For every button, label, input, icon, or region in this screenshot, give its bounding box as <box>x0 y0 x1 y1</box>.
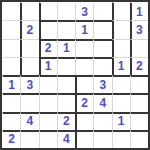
given-digit: 1 <box>81 24 88 36</box>
cell-r5c6[interactable]: 3 <box>93 75 111 93</box>
cell-r2c4[interactable] <box>57 20 75 38</box>
cell-r6c5[interactable]: 2 <box>75 93 93 111</box>
given-digit: 2 <box>63 115 70 127</box>
cell-r1c1[interactable] <box>2 2 20 20</box>
cell-r1c5[interactable]: 3 <box>75 2 93 20</box>
cell-r8c7[interactable] <box>112 130 130 148</box>
cell-r2c3[interactable] <box>39 20 57 38</box>
cell-r4c5[interactable] <box>75 57 93 75</box>
puzzle-board: 31213211121332442124 <box>0 0 150 150</box>
cell-r1c4[interactable] <box>57 2 75 20</box>
cell-r4c3[interactable]: 1 <box>39 57 57 75</box>
cell-r3c4[interactable]: 1 <box>57 39 75 57</box>
given-digit: 1 <box>136 6 143 18</box>
given-digit: 1 <box>45 60 52 72</box>
cell-r4c4[interactable] <box>57 57 75 75</box>
cell-r4c1[interactable] <box>2 57 20 75</box>
cell-r7c3[interactable] <box>39 112 57 130</box>
cell-r1c8[interactable]: 1 <box>130 2 148 20</box>
given-digit: 1 <box>118 60 125 72</box>
cell-r2c8[interactable]: 3 <box>130 20 148 38</box>
cell-r8c5[interactable] <box>75 130 93 148</box>
cell-r4c6[interactable] <box>93 57 111 75</box>
cell-r1c6[interactable] <box>93 2 111 20</box>
cell-r8c1[interactable]: 2 <box>2 130 20 148</box>
cell-r8c8[interactable] <box>130 130 148 148</box>
cell-r7c6[interactable] <box>93 112 111 130</box>
cell-r2c5[interactable]: 1 <box>75 20 93 38</box>
cell-r6c7[interactable] <box>112 93 130 111</box>
cell-r3c2[interactable] <box>20 39 38 57</box>
cell-r6c8[interactable] <box>130 93 148 111</box>
cell-r4c7[interactable]: 1 <box>112 57 130 75</box>
cell-r7c8[interactable] <box>130 112 148 130</box>
cell-r3c7[interactable] <box>112 39 130 57</box>
given-digit: 3 <box>136 24 143 36</box>
given-digit: 1 <box>63 42 70 54</box>
cell-r4c2[interactable] <box>20 57 38 75</box>
given-digit: 3 <box>27 79 34 91</box>
cell-r8c4[interactable]: 4 <box>57 130 75 148</box>
cell-r7c5[interactable] <box>75 112 93 130</box>
cell-r6c3[interactable] <box>39 93 57 111</box>
cell-r3c5[interactable] <box>75 39 93 57</box>
cell-r7c4[interactable]: 2 <box>57 112 75 130</box>
cell-r2c2[interactable]: 2 <box>20 20 38 38</box>
cell-r2c1[interactable] <box>2 20 20 38</box>
cell-r7c2[interactable]: 4 <box>20 112 38 130</box>
given-digit: 2 <box>136 60 143 72</box>
cell-r3c1[interactable] <box>2 39 20 57</box>
cell-r6c2[interactable] <box>20 93 38 111</box>
cell-r3c8[interactable] <box>130 39 148 57</box>
cell-r5c8[interactable] <box>130 75 148 93</box>
cell-r3c6[interactable] <box>93 39 111 57</box>
given-digit: 2 <box>45 42 52 54</box>
cell-r2c7[interactable] <box>112 20 130 38</box>
cell-r5c5[interactable] <box>75 75 93 93</box>
cell-r1c7[interactable] <box>112 2 130 20</box>
cell-r6c1[interactable] <box>2 93 20 111</box>
given-digit: 2 <box>27 24 34 36</box>
cell-r6c4[interactable] <box>57 93 75 111</box>
given-digit: 2 <box>81 97 88 109</box>
cell-r3c3[interactable]: 2 <box>39 39 57 57</box>
given-digit: 1 <box>8 79 15 91</box>
cell-r5c7[interactable] <box>112 75 130 93</box>
cell-r6c6[interactable]: 4 <box>93 93 111 111</box>
cell-r8c3[interactable] <box>39 130 57 148</box>
cell-r5c4[interactable] <box>57 75 75 93</box>
cell-r5c1[interactable]: 1 <box>2 75 20 93</box>
cell-r4c8[interactable]: 2 <box>130 57 148 75</box>
given-digit: 1 <box>118 115 125 127</box>
given-digit: 3 <box>81 6 88 18</box>
given-digit: 4 <box>100 97 107 109</box>
given-digit: 4 <box>63 133 70 145</box>
cell-r1c3[interactable] <box>39 2 57 20</box>
cell-r8c6[interactable] <box>93 130 111 148</box>
cell-r5c3[interactable] <box>39 75 57 93</box>
given-digit: 2 <box>8 133 15 145</box>
given-digit: 3 <box>100 79 107 91</box>
cell-r2c6[interactable] <box>93 20 111 38</box>
cell-r1c2[interactable] <box>20 2 38 20</box>
cell-r8c2[interactable] <box>20 130 38 148</box>
cell-r5c2[interactable]: 3 <box>20 75 38 93</box>
cell-r7c7[interactable]: 1 <box>112 112 130 130</box>
cell-r7c1[interactable] <box>2 112 20 130</box>
given-digit: 4 <box>27 115 34 127</box>
